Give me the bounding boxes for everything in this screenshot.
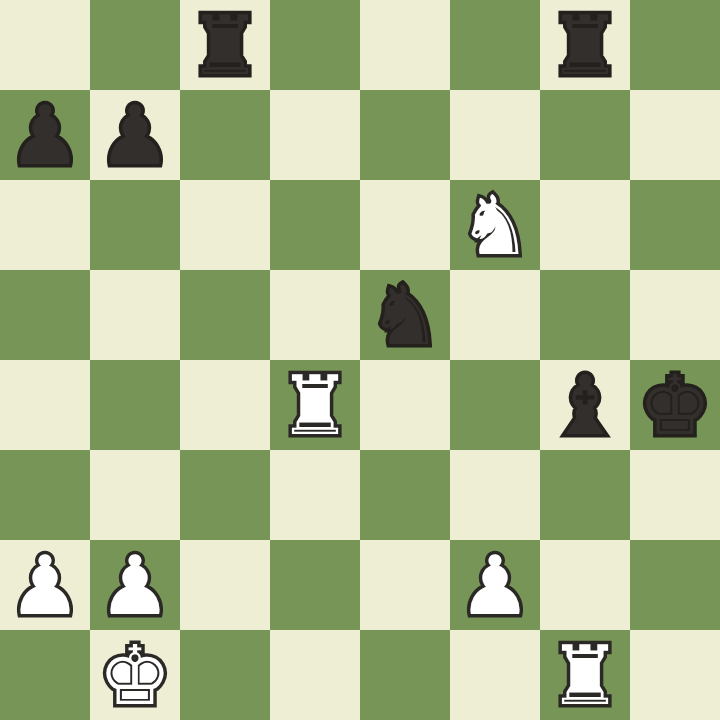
black-knight-e5[interactable]: ♞︎ [360, 270, 450, 360]
square-b2[interactable]: ♟︎ [90, 540, 180, 630]
square-h4[interactable]: ♚︎ [630, 360, 720, 450]
black-king-h4[interactable]: ♚︎ [630, 360, 720, 450]
black-pawn-a7[interactable]: ♟︎ [0, 90, 90, 180]
square-b3[interactable] [90, 450, 180, 540]
square-e2[interactable] [360, 540, 450, 630]
square-d4[interactable]: ♜︎ [270, 360, 360, 450]
square-h1[interactable] [630, 630, 720, 720]
black-rook-c8[interactable]: ♜︎ [180, 0, 270, 90]
square-e1[interactable] [360, 630, 450, 720]
square-d2[interactable] [270, 540, 360, 630]
square-c8[interactable]: ♜︎ [180, 0, 270, 90]
square-d8[interactable] [270, 0, 360, 90]
square-c4[interactable] [180, 360, 270, 450]
black-pawn-b7[interactable]: ♟︎ [90, 90, 180, 180]
square-g2[interactable] [540, 540, 630, 630]
square-d5[interactable] [270, 270, 360, 360]
square-d3[interactable] [270, 450, 360, 540]
square-c3[interactable] [180, 450, 270, 540]
black-bishop-g4[interactable]: ♝︎ [540, 360, 630, 450]
square-f5[interactable] [450, 270, 540, 360]
square-f2[interactable]: ♟︎ [450, 540, 540, 630]
square-a7[interactable]: ♟︎ [0, 90, 90, 180]
square-c6[interactable] [180, 180, 270, 270]
white-pawn-b2[interactable]: ♟︎ [90, 540, 180, 630]
square-g6[interactable] [540, 180, 630, 270]
square-g4[interactable]: ♝︎ [540, 360, 630, 450]
black-rook-g8[interactable]: ♜︎ [540, 0, 630, 90]
square-h5[interactable] [630, 270, 720, 360]
square-a5[interactable] [0, 270, 90, 360]
square-b1[interactable]: ♚︎ [90, 630, 180, 720]
white-knight-f6[interactable]: ♞︎ [450, 180, 540, 270]
square-a1[interactable] [0, 630, 90, 720]
square-g5[interactable] [540, 270, 630, 360]
square-a3[interactable] [0, 450, 90, 540]
square-h8[interactable] [630, 0, 720, 90]
square-a8[interactable] [0, 0, 90, 90]
square-e8[interactable] [360, 0, 450, 90]
white-pawn-a2[interactable]: ♟︎ [0, 540, 90, 630]
square-e6[interactable] [360, 180, 450, 270]
square-f7[interactable] [450, 90, 540, 180]
white-rook-d4[interactable]: ♜︎ [270, 360, 360, 450]
square-b5[interactable] [90, 270, 180, 360]
white-pawn-f2[interactable]: ♟︎ [450, 540, 540, 630]
square-h6[interactable] [630, 180, 720, 270]
square-g3[interactable] [540, 450, 630, 540]
square-a6[interactable] [0, 180, 90, 270]
square-c2[interactable] [180, 540, 270, 630]
square-b7[interactable]: ♟︎ [90, 90, 180, 180]
square-h2[interactable] [630, 540, 720, 630]
white-king-b1[interactable]: ♚︎ [90, 630, 180, 720]
white-rook-g1[interactable]: ♜︎ [540, 630, 630, 720]
square-b8[interactable] [90, 0, 180, 90]
square-f6[interactable]: ♞︎ [450, 180, 540, 270]
chess-board: ♜︎♜︎♟︎♟︎♞︎♞︎♜︎♝︎♚︎♟︎♟︎♟︎♚︎♜︎ [0, 0, 720, 720]
square-d7[interactable] [270, 90, 360, 180]
square-c5[interactable] [180, 270, 270, 360]
square-d1[interactable] [270, 630, 360, 720]
square-e5[interactable]: ♞︎ [360, 270, 450, 360]
square-c7[interactable] [180, 90, 270, 180]
square-e3[interactable] [360, 450, 450, 540]
square-e4[interactable] [360, 360, 450, 450]
square-b6[interactable] [90, 180, 180, 270]
square-e7[interactable] [360, 90, 450, 180]
square-g8[interactable]: ♜︎ [540, 0, 630, 90]
square-c1[interactable] [180, 630, 270, 720]
square-f1[interactable] [450, 630, 540, 720]
square-g1[interactable]: ♜︎ [540, 630, 630, 720]
square-a4[interactable] [0, 360, 90, 450]
square-a2[interactable]: ♟︎ [0, 540, 90, 630]
square-f3[interactable] [450, 450, 540, 540]
square-h3[interactable] [630, 450, 720, 540]
square-h7[interactable] [630, 90, 720, 180]
square-f4[interactable] [450, 360, 540, 450]
square-g7[interactable] [540, 90, 630, 180]
square-d6[interactable] [270, 180, 360, 270]
square-f8[interactable] [450, 0, 540, 90]
square-b4[interactable] [90, 360, 180, 450]
